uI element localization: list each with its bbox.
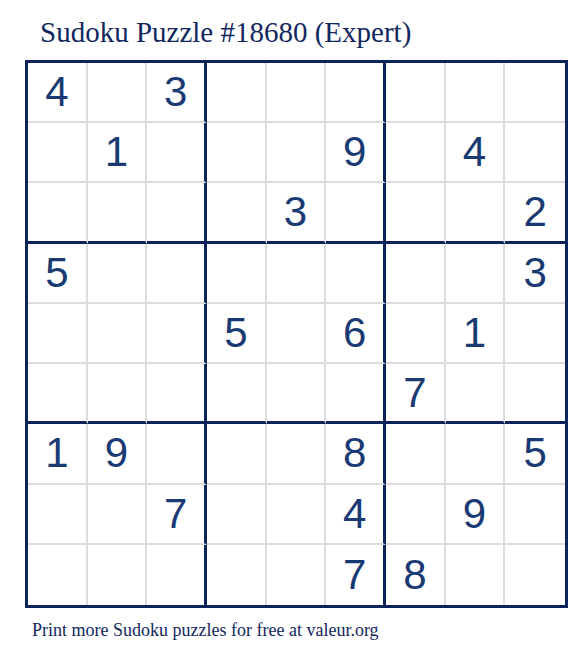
cell-r9c1: [28, 545, 88, 605]
cell-r5c9: [505, 304, 565, 364]
cell-r8c8: 9: [446, 485, 506, 545]
cell-r6c2: [88, 364, 148, 424]
cell-r3c2: [88, 183, 148, 243]
cell-r7c7: [386, 424, 446, 484]
cell-r8c2: [88, 485, 148, 545]
cell-r5c5: [267, 304, 327, 364]
cell-r4c1: 5: [28, 244, 88, 304]
cell-r1c6: [326, 63, 386, 123]
cell-r8c1: [28, 485, 88, 545]
cell-r3c3: [147, 183, 207, 243]
cell-r9c3: [147, 545, 207, 605]
cell-r4c2: [88, 244, 148, 304]
cell-r7c2: 9: [88, 424, 148, 484]
cell-r3c1: [28, 183, 88, 243]
cell-r4c5: [267, 244, 327, 304]
cell-r1c9: [505, 63, 565, 123]
cell-r9c8: [446, 545, 506, 605]
cell-r3c9: 2: [505, 183, 565, 243]
cell-r2c7: [386, 123, 446, 183]
cell-r2c6: 9: [326, 123, 386, 183]
cell-r2c3: [147, 123, 207, 183]
cell-r8c3: 7: [147, 485, 207, 545]
page-title: Sudoku Puzzle #18680 (Expert): [40, 16, 411, 49]
cell-r3c8: [446, 183, 506, 243]
cell-r7c1: 1: [28, 424, 88, 484]
cell-r2c1: [28, 123, 88, 183]
cell-r5c8: 1: [446, 304, 506, 364]
cell-r7c6: 8: [326, 424, 386, 484]
cell-r1c3: 3: [147, 63, 207, 123]
cell-r1c5: [267, 63, 327, 123]
cell-r5c6: 6: [326, 304, 386, 364]
cell-r6c9: [505, 364, 565, 424]
cell-r6c5: [267, 364, 327, 424]
cell-r7c5: [267, 424, 327, 484]
cell-r6c4: [207, 364, 267, 424]
cell-r9c2: [88, 545, 148, 605]
cell-r9c4: [207, 545, 267, 605]
cell-r3c4: [207, 183, 267, 243]
cell-r3c6: [326, 183, 386, 243]
cell-r4c8: [446, 244, 506, 304]
cell-r2c9: [505, 123, 565, 183]
cell-r8c7: [386, 485, 446, 545]
cell-r8c4: [207, 485, 267, 545]
cell-r7c3: [147, 424, 207, 484]
cell-r2c5: [267, 123, 327, 183]
cell-r5c3: [147, 304, 207, 364]
cell-r5c2: [88, 304, 148, 364]
cell-r4c9: 3: [505, 244, 565, 304]
cell-r7c4: [207, 424, 267, 484]
cell-r1c2: [88, 63, 148, 123]
cell-r1c7: [386, 63, 446, 123]
cell-r5c7: [386, 304, 446, 364]
cell-r5c4: 5: [207, 304, 267, 364]
sudoku-board: 4319432535617198574978: [25, 60, 568, 608]
cell-r4c7: [386, 244, 446, 304]
cell-r6c1: [28, 364, 88, 424]
cell-r3c7: [386, 183, 446, 243]
cell-r2c4: [207, 123, 267, 183]
cell-r1c8: [446, 63, 506, 123]
cell-r6c6: [326, 364, 386, 424]
cell-r4c6: [326, 244, 386, 304]
cell-r1c4: [207, 63, 267, 123]
cell-r5c1: [28, 304, 88, 364]
cell-r6c7: 7: [386, 364, 446, 424]
cell-r2c2: 1: [88, 123, 148, 183]
cell-r6c3: [147, 364, 207, 424]
cell-r1c1: 4: [28, 63, 88, 123]
cell-r3c5: 3: [267, 183, 327, 243]
footer-text: Print more Sudoku puzzles for free at va…: [32, 620, 379, 641]
cell-r8c6: 4: [326, 485, 386, 545]
cell-r4c4: [207, 244, 267, 304]
cell-r9c6: 7: [326, 545, 386, 605]
cell-r9c9: [505, 545, 565, 605]
cell-r7c9: 5: [505, 424, 565, 484]
cell-r8c9: [505, 485, 565, 545]
cell-r4c3: [147, 244, 207, 304]
cell-r9c5: [267, 545, 327, 605]
cell-r6c8: [446, 364, 506, 424]
cell-r2c8: 4: [446, 123, 506, 183]
cell-r7c8: [446, 424, 506, 484]
cell-r8c5: [267, 485, 327, 545]
cell-r9c7: 8: [386, 545, 446, 605]
